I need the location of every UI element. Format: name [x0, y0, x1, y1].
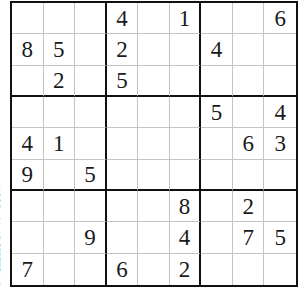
cell-r9c2[interactable]: [44, 254, 76, 285]
cell-r9c8[interactable]: [233, 254, 265, 285]
cell-r1c9[interactable]: 6: [264, 3, 296, 34]
cell-r4c6[interactable]: [170, 97, 202, 128]
cell-r5c7[interactable]: [201, 128, 233, 159]
cell-r8c1[interactable]: [12, 222, 44, 253]
cell-r9c5[interactable]: [138, 254, 170, 285]
cell-r1c2[interactable]: [44, 3, 76, 34]
cell-r2c7[interactable]: 4: [201, 34, 233, 65]
cell-r3c4[interactable]: 5: [107, 66, 139, 97]
cell-r7c6[interactable]: 8: [170, 191, 202, 222]
cell-r9c3[interactable]: [75, 254, 107, 285]
cell-r2c1[interactable]: 8: [12, 34, 44, 65]
cell-r3c7[interactable]: [201, 66, 233, 97]
cell-r4c1[interactable]: [12, 97, 44, 128]
cell-r1c5[interactable]: [138, 3, 170, 34]
cell-r7c7[interactable]: [201, 191, 233, 222]
cell-r7c8[interactable]: 2: [233, 191, 265, 222]
cell-r5c5[interactable]: [138, 128, 170, 159]
cell-r8c9[interactable]: 5: [264, 222, 296, 253]
cell-r3c5[interactable]: [138, 66, 170, 97]
cell-r5c2[interactable]: 1: [44, 128, 76, 159]
cell-r2c3[interactable]: [75, 34, 107, 65]
copyright-text: © PUZZLES BY PAPPOCOM: [0, 186, 2, 287]
cell-r4c5[interactable]: [138, 97, 170, 128]
cell-r9c4[interactable]: 6: [107, 254, 139, 285]
cell-r7c1[interactable]: [12, 191, 44, 222]
cell-r7c2[interactable]: [44, 191, 76, 222]
cell-r7c5[interactable]: [138, 191, 170, 222]
cell-r7c4[interactable]: [107, 191, 139, 222]
cell-r4c9[interactable]: 4: [264, 97, 296, 128]
cell-r3c8[interactable]: [233, 66, 265, 97]
cell-r3c9[interactable]: [264, 66, 296, 97]
cell-r4c2[interactable]: [44, 97, 76, 128]
cell-r4c4[interactable]: [107, 97, 139, 128]
cell-r8c8[interactable]: 7: [233, 222, 265, 253]
cell-r8c3[interactable]: 9: [75, 222, 107, 253]
cell-r9c9[interactable]: [264, 254, 296, 285]
cell-r5c6[interactable]: [170, 128, 202, 159]
sudoku-board: 41685242554416395829475762: [10, 1, 298, 287]
cell-r8c2[interactable]: [44, 222, 76, 253]
cell-r5c4[interactable]: [107, 128, 139, 159]
cell-r2c9[interactable]: [264, 34, 296, 65]
cell-r4c7[interactable]: 5: [201, 97, 233, 128]
cell-r8c6[interactable]: 4: [170, 222, 202, 253]
cell-r5c9[interactable]: 3: [264, 128, 296, 159]
cell-r6c1[interactable]: 9: [12, 160, 44, 191]
cell-r2c5[interactable]: [138, 34, 170, 65]
cell-r1c6[interactable]: 1: [170, 3, 202, 34]
cell-r3c2[interactable]: 2: [44, 66, 76, 97]
cell-r6c3[interactable]: 5: [75, 160, 107, 191]
cell-r6c5[interactable]: [138, 160, 170, 191]
cell-r3c1[interactable]: [12, 66, 44, 97]
cell-r9c7[interactable]: [201, 254, 233, 285]
cell-r2c6[interactable]: [170, 34, 202, 65]
cell-r4c8[interactable]: [233, 97, 265, 128]
cell-r5c8[interactable]: 6: [233, 128, 265, 159]
cell-r6c4[interactable]: [107, 160, 139, 191]
cell-r7c9[interactable]: [264, 191, 296, 222]
cell-r5c3[interactable]: [75, 128, 107, 159]
sudoku-screen: © PUZZLES BY PAPPOCOM 416852425544163958…: [0, 0, 300, 289]
cell-r1c8[interactable]: [233, 3, 265, 34]
cell-r8c5[interactable]: [138, 222, 170, 253]
cell-r6c8[interactable]: [233, 160, 265, 191]
cell-r3c3[interactable]: [75, 66, 107, 97]
cell-r6c2[interactable]: [44, 160, 76, 191]
cell-r6c6[interactable]: [170, 160, 202, 191]
cell-r1c4[interactable]: 4: [107, 3, 139, 34]
cell-r4c3[interactable]: [75, 97, 107, 128]
cell-r2c2[interactable]: 5: [44, 34, 76, 65]
cell-r9c6[interactable]: 2: [170, 254, 202, 285]
cell-r9c1[interactable]: 7: [12, 254, 44, 285]
cell-r8c4[interactable]: [107, 222, 139, 253]
cell-r1c7[interactable]: [201, 3, 233, 34]
cell-r1c1[interactable]: [12, 3, 44, 34]
cell-r3c6[interactable]: [170, 66, 202, 97]
cell-r6c7[interactable]: [201, 160, 233, 191]
cell-r2c8[interactable]: [233, 34, 265, 65]
cell-r7c3[interactable]: [75, 191, 107, 222]
cell-r6c9[interactable]: [264, 160, 296, 191]
cell-r8c7[interactable]: [201, 222, 233, 253]
cell-r1c3[interactable]: [75, 3, 107, 34]
cell-r5c1[interactable]: 4: [12, 128, 44, 159]
cell-r2c4[interactable]: 2: [107, 34, 139, 65]
